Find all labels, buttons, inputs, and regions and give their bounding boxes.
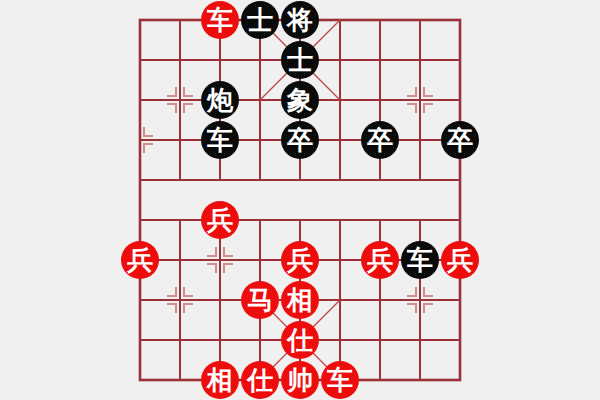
piece-red-soldier[interactable]: 兵 — [361, 241, 399, 279]
xiangqi-app-screen: 车士将士炮象车卒卒卒兵兵兵兵车兵马相仕相仕帅车 — [0, 0, 600, 400]
piece-black-advisor[interactable]: 士 — [241, 1, 279, 39]
piece-red-horse[interactable]: 马 — [241, 281, 279, 319]
piece-red-chariot[interactable]: 车 — [201, 1, 239, 39]
piece-black-elephant[interactable]: 象 — [281, 81, 319, 119]
piece-red-general[interactable]: 帅 — [281, 361, 319, 399]
xiangqi-board[interactable]: 车士将士炮象车卒卒卒兵兵兵兵车兵马相仕相仕帅车 — [120, 0, 480, 400]
piece-black-chariot[interactable]: 车 — [401, 241, 439, 279]
piece-red-soldier[interactable]: 兵 — [201, 201, 239, 239]
piece-red-advisor[interactable]: 仕 — [281, 321, 319, 359]
piece-black-soldier[interactable]: 卒 — [281, 121, 319, 159]
piece-black-soldier[interactable]: 卒 — [361, 121, 399, 159]
piece-red-elephant[interactable]: 相 — [281, 281, 319, 319]
piece-black-soldier[interactable]: 卒 — [441, 121, 479, 159]
piece-black-cannon[interactable]: 炮 — [201, 81, 239, 119]
piece-red-chariot[interactable]: 车 — [321, 361, 359, 399]
piece-red-soldier[interactable]: 兵 — [281, 241, 319, 279]
piece-red-soldier[interactable]: 兵 — [441, 241, 479, 279]
piece-black-chariot[interactable]: 车 — [201, 121, 239, 159]
piece-black-advisor[interactable]: 士 — [281, 41, 319, 79]
piece-red-advisor[interactable]: 仕 — [241, 361, 279, 399]
piece-red-soldier[interactable]: 兵 — [121, 241, 159, 279]
piece-red-elephant[interactable]: 相 — [201, 361, 239, 399]
piece-black-general[interactable]: 将 — [281, 1, 319, 39]
